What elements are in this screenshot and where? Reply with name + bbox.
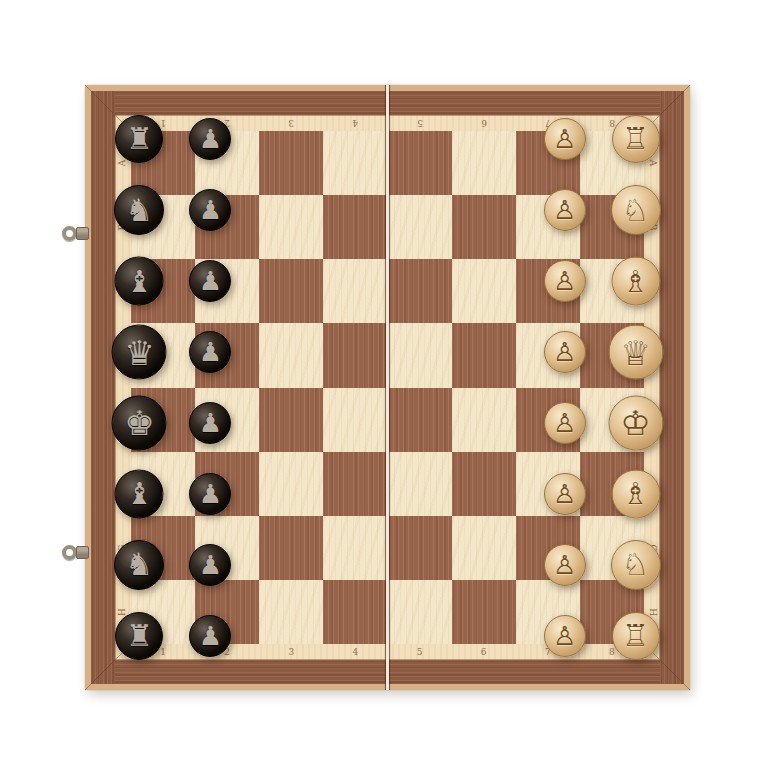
white-pawn-disc: ♙ <box>544 615 586 657</box>
square-d3[interactable] <box>259 323 323 387</box>
piece-black-pawn-g2[interactable]: ♟ <box>189 544 231 586</box>
clasp-tab-icon <box>76 546 89 559</box>
square-g6[interactable] <box>452 516 516 580</box>
piece-white-pawn-h7[interactable]: ♙ <box>544 615 586 657</box>
piece-black-pawn-f2[interactable]: ♟ <box>189 473 231 515</box>
white-bishop-disc: ♗ <box>611 469 660 518</box>
black-pawn-disc: ♟ <box>189 615 231 657</box>
clasp-tab-icon <box>76 227 89 240</box>
black-rook-disc: ♜ <box>115 612 163 660</box>
square-b4[interactable] <box>323 195 387 259</box>
black-knight-icon: ♞ <box>126 195 154 226</box>
black-king-disc: ♚ <box>112 395 167 450</box>
piece-white-pawn-b7[interactable]: ♙ <box>544 189 586 231</box>
piece-white-pawn-d7[interactable]: ♙ <box>544 331 586 373</box>
black-bishop-disc: ♝ <box>115 469 164 518</box>
piece-white-knight-g8[interactable]: ♘ <box>611 540 661 590</box>
white-pawn-icon: ♙ <box>553 268 576 294</box>
square-b3[interactable] <box>259 195 323 259</box>
piece-black-pawn-b2[interactable]: ♟ <box>189 189 231 231</box>
white-pawn-disc: ♙ <box>544 473 586 515</box>
white-pawn-icon: ♙ <box>553 410 576 436</box>
piece-white-rook-a8[interactable]: ♖ <box>612 115 660 163</box>
black-pawn-disc: ♟ <box>189 189 231 231</box>
board-frame-right <box>660 91 684 684</box>
white-rook-icon: ♖ <box>622 124 649 154</box>
piece-black-pawn-e2[interactable]: ♟ <box>189 402 231 444</box>
black-pawn-disc: ♟ <box>189 473 231 515</box>
white-pawn-disc: ♙ <box>544 260 586 302</box>
piece-white-bishop-c8[interactable]: ♗ <box>611 257 660 306</box>
square-b6[interactable] <box>452 195 516 259</box>
piece-white-pawn-g7[interactable]: ♙ <box>544 544 586 586</box>
black-pawn-icon: ♟ <box>199 339 222 365</box>
black-pawn-disc: ♟ <box>189 331 231 373</box>
square-f4[interactable] <box>323 452 387 516</box>
white-pawn-icon: ♙ <box>553 552 576 578</box>
piece-black-knight-b1[interactable]: ♞ <box>114 185 164 235</box>
black-queen-disc: ♛ <box>112 325 167 380</box>
white-rook-disc: ♖ <box>612 612 660 660</box>
piece-white-pawn-c7[interactable]: ♙ <box>544 260 586 302</box>
piece-black-pawn-d2[interactable]: ♟ <box>189 331 231 373</box>
black-pawn-icon: ♟ <box>199 410 222 436</box>
black-rook-icon: ♜ <box>126 621 153 651</box>
white-rook-disc: ♖ <box>612 115 660 163</box>
black-rook-icon: ♜ <box>126 124 153 154</box>
black-bishop-icon: ♝ <box>126 266 153 296</box>
piece-black-bishop-f1[interactable]: ♝ <box>115 469 164 518</box>
black-bishop-disc: ♝ <box>115 257 164 306</box>
piece-black-rook-h1[interactable]: ♜ <box>115 612 163 660</box>
black-pawn-icon: ♟ <box>199 197 222 223</box>
black-pawn-icon: ♟ <box>199 481 222 507</box>
piece-black-pawn-c2[interactable]: ♟ <box>189 260 231 302</box>
piece-white-knight-b8[interactable]: ♘ <box>611 185 661 235</box>
black-bishop-icon: ♝ <box>126 479 153 509</box>
square-a4[interactable] <box>323 131 387 195</box>
square-f3[interactable] <box>259 452 323 516</box>
piece-black-pawn-a2[interactable]: ♟ <box>189 118 231 160</box>
square-d5[interactable] <box>388 323 452 387</box>
black-pawn-disc: ♟ <box>189 544 231 586</box>
square-c3[interactable] <box>259 259 323 323</box>
piece-black-rook-a1[interactable]: ♜ <box>115 115 163 163</box>
white-rook-icon: ♖ <box>622 621 649 651</box>
square-g4[interactable] <box>323 516 387 580</box>
white-bishop-icon: ♗ <box>622 479 649 509</box>
square-e4[interactable] <box>323 388 387 452</box>
black-pawn-icon: ♟ <box>199 268 222 294</box>
piece-white-bishop-f8[interactable]: ♗ <box>611 469 660 518</box>
piece-black-queen-d1[interactable]: ♛ <box>112 325 167 380</box>
black-pawn-icon: ♟ <box>199 623 222 649</box>
square-b5[interactable] <box>388 195 452 259</box>
clasp-ring-icon <box>62 226 77 241</box>
square-a5[interactable] <box>388 131 452 195</box>
white-pawn-disc: ♙ <box>544 331 586 373</box>
white-king-disc: ♔ <box>608 395 663 450</box>
square-c5[interactable] <box>388 259 452 323</box>
black-queen-icon: ♛ <box>124 335 154 369</box>
square-h4[interactable] <box>323 580 387 644</box>
white-pawn-icon: ♙ <box>553 623 576 649</box>
white-pawn-icon: ♙ <box>553 339 576 365</box>
black-king-icon: ♚ <box>124 406 154 440</box>
white-knight-disc: ♘ <box>611 185 661 235</box>
white-pawn-icon: ♙ <box>553 126 576 152</box>
square-h6[interactable] <box>452 580 516 644</box>
white-knight-icon: ♘ <box>622 549 650 580</box>
square-g5[interactable] <box>388 516 452 580</box>
black-pawn-disc: ♟ <box>189 260 231 302</box>
piece-white-pawn-a7[interactable]: ♙ <box>544 118 586 160</box>
chess-board: 12345678 12345678 ABCDEFGH ABCDEFGH ♜♞♝♛… <box>85 85 690 690</box>
piece-white-rook-h8[interactable]: ♖ <box>612 612 660 660</box>
piece-white-queen-d8[interactable]: ♕ <box>608 325 663 380</box>
white-queen-icon: ♕ <box>620 335 650 369</box>
piece-black-bishop-c1[interactable]: ♝ <box>115 257 164 306</box>
square-d6[interactable] <box>452 323 516 387</box>
black-knight-disc: ♞ <box>114 540 164 590</box>
square-c6[interactable] <box>452 259 516 323</box>
square-g3[interactable] <box>259 516 323 580</box>
square-d4[interactable] <box>323 323 387 387</box>
fold-seam <box>384 85 391 690</box>
piece-black-knight-g1[interactable]: ♞ <box>114 540 164 590</box>
piece-black-pawn-h2[interactable]: ♟ <box>189 615 231 657</box>
piece-white-king-e8[interactable]: ♔ <box>608 395 663 450</box>
square-a6[interactable] <box>452 131 516 195</box>
black-knight-disc: ♞ <box>114 185 164 235</box>
board-frame-left <box>91 91 115 684</box>
square-e6[interactable] <box>452 388 516 452</box>
clasp-hinge-upper <box>62 223 89 243</box>
white-knight-disc: ♘ <box>611 540 661 590</box>
photo-background: 12345678 12345678 ABCDEFGH ABCDEFGH ♜♞♝♛… <box>0 0 775 775</box>
clasp-hinge-lower <box>62 542 89 562</box>
white-pawn-disc: ♙ <box>544 189 586 231</box>
square-e3[interactable] <box>259 388 323 452</box>
white-king-icon: ♔ <box>620 406 650 440</box>
square-h3[interactable] <box>259 580 323 644</box>
white-knight-icon: ♘ <box>622 195 650 226</box>
black-rook-disc: ♜ <box>115 115 163 163</box>
square-c4[interactable] <box>323 259 387 323</box>
black-pawn-disc: ♟ <box>189 402 231 444</box>
piece-white-pawn-f7[interactable]: ♙ <box>544 473 586 515</box>
white-bishop-disc: ♗ <box>611 257 660 306</box>
clasp-ring-icon <box>62 545 77 560</box>
piece-white-pawn-e7[interactable]: ♙ <box>544 402 586 444</box>
white-pawn-icon: ♙ <box>553 197 576 223</box>
black-knight-icon: ♞ <box>126 549 154 580</box>
white-queen-disc: ♕ <box>608 325 663 380</box>
square-h5[interactable] <box>388 580 452 644</box>
white-pawn-disc: ♙ <box>544 402 586 444</box>
white-bishop-icon: ♗ <box>622 266 649 296</box>
square-e5[interactable] <box>388 388 452 452</box>
black-pawn-disc: ♟ <box>189 118 231 160</box>
white-pawn-disc: ♙ <box>544 118 586 160</box>
white-pawn-icon: ♙ <box>553 481 576 507</box>
black-pawn-icon: ♟ <box>199 126 222 152</box>
square-a3[interactable] <box>259 131 323 195</box>
white-pawn-disc: ♙ <box>544 544 586 586</box>
square-f6[interactable] <box>452 452 516 516</box>
piece-black-king-e1[interactable]: ♚ <box>112 395 167 450</box>
black-pawn-icon: ♟ <box>199 552 222 578</box>
square-f5[interactable] <box>388 452 452 516</box>
